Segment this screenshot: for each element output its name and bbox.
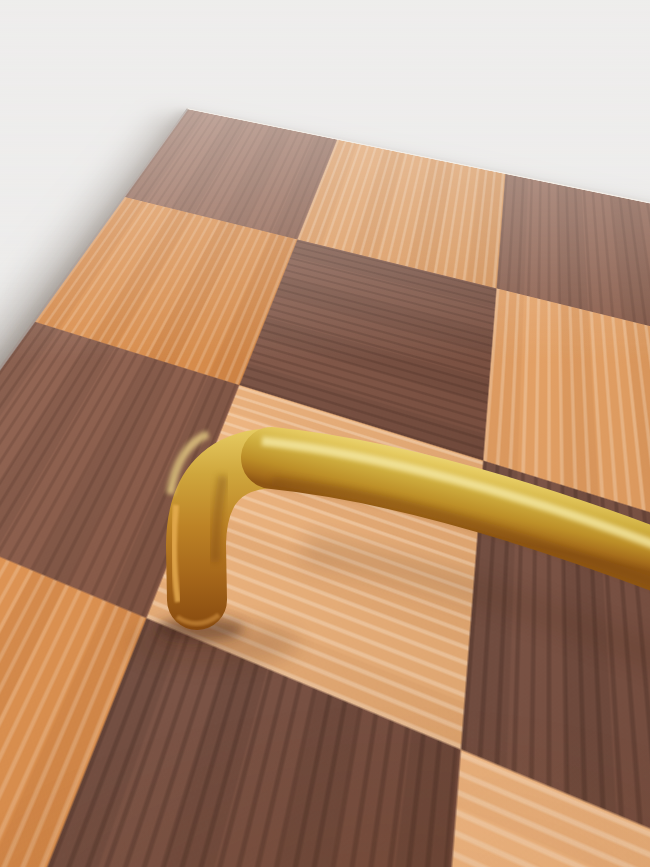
product-photo: [0, 0, 650, 867]
checkerboard-tray: [0, 108, 650, 867]
